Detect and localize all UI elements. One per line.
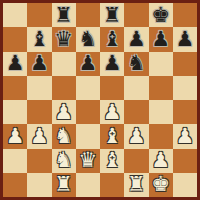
piece-black-rook[interactable]: ♜ — [103, 5, 122, 26]
square-d6[interactable]: ♟ — [76, 52, 100, 76]
square-c2[interactable]: ♞ — [52, 149, 76, 173]
square-h7[interactable]: ♟ — [173, 27, 197, 51]
square-d7[interactable]: ♞ — [76, 27, 100, 51]
piece-white-knight[interactable]: ♞ — [54, 150, 73, 171]
square-a3[interactable]: ♟ — [3, 124, 27, 148]
piece-white-pawn[interactable]: ♟ — [127, 126, 146, 147]
square-g3[interactable] — [149, 124, 173, 148]
piece-white-pawn[interactable]: ♟ — [6, 126, 25, 147]
square-b8[interactable] — [27, 3, 51, 27]
square-c1[interactable]: ♜ — [52, 173, 76, 197]
square-f2[interactable] — [124, 149, 148, 173]
piece-white-rook[interactable]: ♜ — [127, 174, 146, 195]
piece-white-pawn[interactable]: ♟ — [30, 126, 49, 147]
piece-black-knight[interactable]: ♞ — [127, 53, 146, 74]
square-c6[interactable] — [52, 52, 76, 76]
piece-black-pawn[interactable]: ♟ — [175, 29, 194, 50]
square-g1[interactable]: ♚ — [149, 173, 173, 197]
piece-white-king[interactable]: ♚ — [151, 174, 170, 195]
chess-board: ♜♜♚♝♛♞♝♟♟♟♟♟♟♟♞♟♟♟♟♞♝♟♟♞♛♝♟♜♜♚ — [3, 3, 197, 197]
square-e3[interactable]: ♝ — [100, 124, 124, 148]
square-a6[interactable]: ♟ — [3, 52, 27, 76]
board-frame: ♜♜♚♝♛♞♝♟♟♟♟♟♟♟♞♟♟♟♟♞♝♟♟♞♛♝♟♜♜♚ — [0, 0, 200, 200]
square-g8[interactable]: ♚ — [149, 3, 173, 27]
square-h6[interactable] — [173, 52, 197, 76]
piece-white-pawn[interactable]: ♟ — [175, 126, 194, 147]
square-b3[interactable]: ♟ — [27, 124, 51, 148]
piece-white-pawn[interactable]: ♟ — [151, 150, 170, 171]
square-g7[interactable]: ♟ — [149, 27, 173, 51]
square-b5[interactable] — [27, 76, 51, 100]
square-c3[interactable]: ♞ — [52, 124, 76, 148]
square-a2[interactable] — [3, 149, 27, 173]
square-f5[interactable] — [124, 76, 148, 100]
piece-white-bishop[interactable]: ♝ — [103, 150, 122, 171]
piece-black-queen[interactable]: ♛ — [54, 29, 73, 50]
piece-white-queen[interactable]: ♛ — [78, 150, 97, 171]
square-b2[interactable] — [27, 149, 51, 173]
piece-white-bishop[interactable]: ♝ — [103, 126, 122, 147]
square-d1[interactable] — [76, 173, 100, 197]
square-e2[interactable]: ♝ — [100, 149, 124, 173]
piece-black-king[interactable]: ♚ — [151, 5, 170, 26]
square-b1[interactable] — [27, 173, 51, 197]
square-e7[interactable]: ♝ — [100, 27, 124, 51]
square-a5[interactable] — [3, 76, 27, 100]
square-b4[interactable] — [27, 100, 51, 124]
square-g5[interactable] — [149, 76, 173, 100]
piece-white-knight[interactable]: ♞ — [54, 126, 73, 147]
square-f7[interactable]: ♟ — [124, 27, 148, 51]
piece-white-pawn[interactable]: ♟ — [103, 102, 122, 123]
square-h5[interactable] — [173, 76, 197, 100]
square-e1[interactable] — [100, 173, 124, 197]
piece-black-pawn[interactable]: ♟ — [103, 53, 122, 74]
square-f3[interactable]: ♟ — [124, 124, 148, 148]
square-h4[interactable] — [173, 100, 197, 124]
piece-black-bishop[interactable]: ♝ — [103, 29, 122, 50]
piece-black-pawn[interactable]: ♟ — [151, 29, 170, 50]
square-b7[interactable]: ♝ — [27, 27, 51, 51]
square-e5[interactable] — [100, 76, 124, 100]
square-c4[interactable]: ♟ — [52, 100, 76, 124]
square-c5[interactable] — [52, 76, 76, 100]
square-g4[interactable] — [149, 100, 173, 124]
square-e4[interactable]: ♟ — [100, 100, 124, 124]
piece-black-pawn[interactable]: ♟ — [6, 53, 25, 74]
square-g2[interactable]: ♟ — [149, 149, 173, 173]
square-f4[interactable] — [124, 100, 148, 124]
square-f1[interactable]: ♜ — [124, 173, 148, 197]
square-e8[interactable]: ♜ — [100, 3, 124, 27]
square-d2[interactable]: ♛ — [76, 149, 100, 173]
square-e6[interactable]: ♟ — [100, 52, 124, 76]
square-h8[interactable] — [173, 3, 197, 27]
piece-black-rook[interactable]: ♜ — [54, 5, 73, 26]
square-h2[interactable] — [173, 149, 197, 173]
piece-black-knight[interactable]: ♞ — [78, 29, 97, 50]
square-a7[interactable] — [3, 27, 27, 51]
square-d3[interactable] — [76, 124, 100, 148]
square-c7[interactable]: ♛ — [52, 27, 76, 51]
square-f6[interactable]: ♞ — [124, 52, 148, 76]
piece-black-pawn[interactable]: ♟ — [30, 53, 49, 74]
square-d8[interactable] — [76, 3, 100, 27]
square-a4[interactable] — [3, 100, 27, 124]
square-a8[interactable] — [3, 3, 27, 27]
square-d4[interactable] — [76, 100, 100, 124]
piece-white-pawn[interactable]: ♟ — [54, 102, 73, 123]
square-f8[interactable] — [124, 3, 148, 27]
square-d5[interactable] — [76, 76, 100, 100]
square-c8[interactable]: ♜ — [52, 3, 76, 27]
square-b6[interactable]: ♟ — [27, 52, 51, 76]
square-g6[interactable] — [149, 52, 173, 76]
square-h3[interactable]: ♟ — [173, 124, 197, 148]
piece-black-pawn[interactable]: ♟ — [78, 53, 97, 74]
piece-white-rook[interactable]: ♜ — [54, 174, 73, 195]
piece-black-pawn[interactable]: ♟ — [127, 29, 146, 50]
square-a1[interactable] — [3, 173, 27, 197]
square-h1[interactable] — [173, 173, 197, 197]
piece-black-bishop[interactable]: ♝ — [30, 29, 49, 50]
